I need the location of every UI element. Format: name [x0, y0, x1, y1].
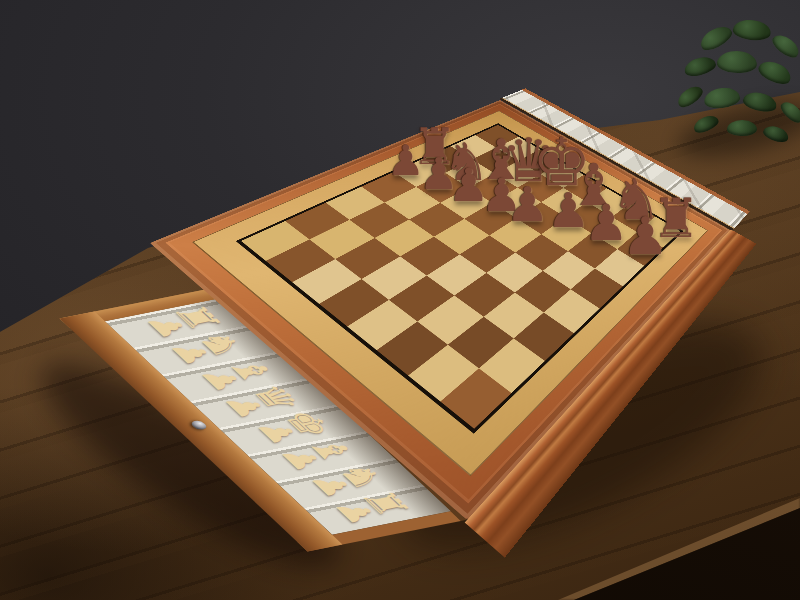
scene: ♜♟♞♟♝♟♛♟♚♟♝♟♞♟♜♟ ♟♜♟♞♟♝♟♛♟♚♟♝♟♞♟♜: [0, 0, 800, 600]
plant-leaf: [727, 119, 758, 136]
